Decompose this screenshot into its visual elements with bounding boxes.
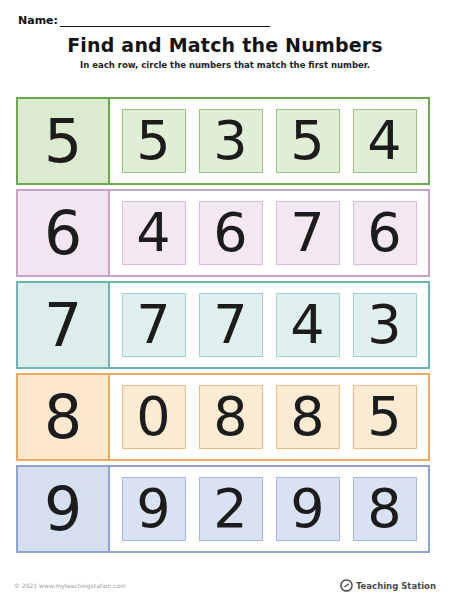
option-number[interactable]: 6: [353, 201, 417, 265]
option-group: 0 8 8 5: [110, 375, 428, 459]
match-row-7: 7 7 7 4 3: [16, 281, 430, 369]
option-number[interactable]: 9: [276, 477, 340, 541]
target-number: 5: [18, 99, 110, 183]
option-number[interactable]: 4: [353, 109, 417, 173]
worksheet-grid: 5 5 3 5 4 6 4 6 7 6 7 7 7 4 3 8 0 8 8: [16, 97, 430, 553]
option-number[interactable]: 8: [199, 385, 263, 449]
option-number[interactable]: 4: [276, 293, 340, 357]
option-number[interactable]: 7: [276, 201, 340, 265]
option-group: 4 6 7 6: [110, 191, 428, 275]
name-label: Name:: [18, 14, 58, 27]
option-number[interactable]: 7: [122, 293, 186, 357]
name-input-line[interactable]: [60, 12, 270, 27]
match-row-8: 8 0 8 8 5: [16, 373, 430, 461]
option-number[interactable]: 8: [353, 477, 417, 541]
option-number[interactable]: 2: [199, 477, 263, 541]
target-number: 9: [18, 467, 110, 551]
option-number[interactable]: 5: [353, 385, 417, 449]
name-row: Name:: [18, 12, 432, 27]
option-group: 9 2 9 8: [110, 467, 428, 551]
option-number[interactable]: 7: [199, 293, 263, 357]
match-row-6: 6 4 6 7 6: [16, 189, 430, 277]
option-number[interactable]: 3: [353, 293, 417, 357]
instructions: In each row, circle the numbers that mat…: [0, 60, 450, 70]
option-number[interactable]: 6: [199, 201, 263, 265]
footer: © 2021 www.myteachingstation.com Teachin…: [14, 579, 436, 592]
option-number[interactable]: 4: [122, 201, 186, 265]
match-row-9: 9 9 2 9 8: [16, 465, 430, 553]
match-row-5: 5 5 3 5 4: [16, 97, 430, 185]
target-number: 6: [18, 191, 110, 275]
option-number[interactable]: 3: [199, 109, 263, 173]
option-number[interactable]: 9: [122, 477, 186, 541]
option-group: 5 3 5 4: [110, 99, 428, 183]
option-number[interactable]: 5: [122, 109, 186, 173]
teaching-station-logo-icon: [340, 579, 353, 592]
option-number[interactable]: 8: [276, 385, 340, 449]
brand: Teaching Station: [340, 579, 436, 592]
target-number: 8: [18, 375, 110, 459]
brand-name: Teaching Station: [356, 581, 436, 591]
target-number: 7: [18, 283, 110, 367]
option-group: 7 7 4 3: [110, 283, 428, 367]
copyright-text: © 2021 www.myteachingstation.com: [14, 582, 126, 589]
option-number[interactable]: 5: [276, 109, 340, 173]
option-number[interactable]: 0: [122, 385, 186, 449]
page-title: Find and Match the Numbers: [0, 34, 450, 56]
